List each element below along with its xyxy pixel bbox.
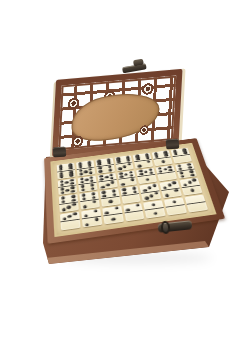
tile-half	[101, 196, 121, 207]
lattice-panel	[58, 76, 176, 151]
pip	[130, 178, 134, 181]
pip	[151, 203, 155, 206]
pip	[146, 178, 150, 181]
tile-half	[60, 219, 80, 231]
pip	[146, 160, 150, 163]
pip	[83, 205, 87, 208]
pip	[69, 174, 73, 177]
domino-tile-5-2	[117, 170, 138, 187]
domino-tile-4-2	[79, 191, 99, 209]
pip	[105, 176, 109, 179]
pip	[61, 191, 65, 194]
domino-tile-3-2	[160, 180, 182, 197]
hinge-icon	[53, 147, 67, 158]
hinge-icon	[166, 139, 180, 150]
pip	[190, 189, 195, 192]
pip	[180, 175, 184, 178]
pip	[106, 183, 110, 186]
pip	[118, 167, 122, 170]
domino-tile-4-0	[120, 186, 141, 204]
pip	[192, 178, 196, 181]
pip	[168, 184, 172, 187]
pip	[111, 217, 115, 221]
pip	[72, 203, 76, 206]
pip	[165, 194, 169, 197]
pip	[137, 165, 141, 168]
pip	[93, 200, 97, 203]
pip	[89, 171, 93, 174]
domino-tile-1-0	[164, 197, 187, 215]
tile-half	[162, 187, 182, 197]
domino-tile-4-3	[59, 194, 79, 212]
pip	[124, 173, 128, 176]
tile-half	[80, 199, 100, 210]
pip	[73, 212, 77, 215]
domino-tile-4-1	[100, 189, 121, 207]
pip	[101, 186, 105, 189]
pip	[174, 189, 178, 192]
domino-tile-6-3	[114, 155, 134, 171]
pip	[152, 184, 156, 187]
pip	[172, 200, 177, 203]
domino-tile-5-4	[78, 175, 98, 192]
pip	[67, 205, 71, 208]
tile-half	[82, 216, 102, 227]
pip	[68, 215, 72, 219]
domino-tile-6-6	[57, 163, 76, 179]
pip	[153, 211, 157, 215]
leather-plaque	[71, 89, 160, 144]
pip	[91, 187, 95, 190]
tile-half	[59, 201, 78, 212]
pip	[147, 186, 151, 189]
pip	[115, 206, 119, 209]
coin-medallion-icon	[140, 81, 155, 96]
tile-half	[141, 190, 161, 201]
domino-tile-6-1	[152, 150, 173, 166]
pip	[62, 208, 66, 211]
tile-half	[166, 204, 187, 215]
pip	[187, 181, 191, 184]
domino-tile-4-4	[175, 162, 197, 178]
coin-medallion-icon	[138, 124, 150, 136]
tile-half	[145, 207, 166, 218]
domino-tile-2-2	[81, 208, 102, 227]
tile-half	[103, 213, 123, 224]
pip	[94, 209, 98, 212]
pip	[123, 165, 127, 168]
domino-tile-3-3	[140, 183, 162, 201]
domino-tile-2-0	[123, 203, 145, 222]
pip	[163, 168, 167, 171]
pip	[135, 203, 139, 206]
pip	[65, 181, 69, 184]
pip	[144, 170, 148, 173]
pip	[110, 181, 114, 184]
tile-half	[182, 185, 203, 195]
pip	[85, 223, 89, 227]
domino-tile-3-0	[60, 211, 80, 230]
domino-tile-6-2	[133, 153, 153, 169]
pip	[108, 169, 112, 172]
pip	[84, 170, 88, 173]
domino-tile-5-0	[156, 165, 177, 181]
pip	[66, 189, 70, 192]
pip	[85, 178, 89, 181]
coin-medallion-icon	[70, 134, 85, 149]
tile-half	[187, 201, 208, 212]
domino-tile-2-1	[102, 206, 123, 225]
domino-tile-5-1	[136, 168, 157, 185]
pip	[127, 163, 131, 166]
pip	[190, 174, 194, 177]
domino-tile-6-0	[171, 148, 192, 163]
domino-tile-6-5	[76, 160, 95, 176]
pip	[79, 173, 83, 176]
pip	[60, 175, 64, 178]
pip	[81, 188, 85, 191]
pip	[121, 183, 125, 186]
tile-half	[121, 193, 141, 204]
domino-tile-6-4	[95, 158, 114, 174]
pip	[145, 197, 149, 200]
domino-tile-3-1	[180, 178, 203, 195]
pip	[161, 160, 165, 163]
pip	[149, 194, 153, 197]
domino-tile-0-0	[185, 194, 208, 212]
domino-tile-5-5	[58, 178, 77, 195]
pip	[108, 200, 112, 203]
pip	[95, 218, 99, 222]
pip	[71, 190, 75, 193]
pip	[172, 181, 176, 184]
domino-tile-1-1	[144, 200, 166, 219]
product-photo	[0, 0, 247, 350]
domino-tile-5-3	[97, 173, 117, 190]
pip	[154, 192, 158, 195]
tile-half	[124, 210, 145, 221]
pip	[99, 170, 103, 173]
